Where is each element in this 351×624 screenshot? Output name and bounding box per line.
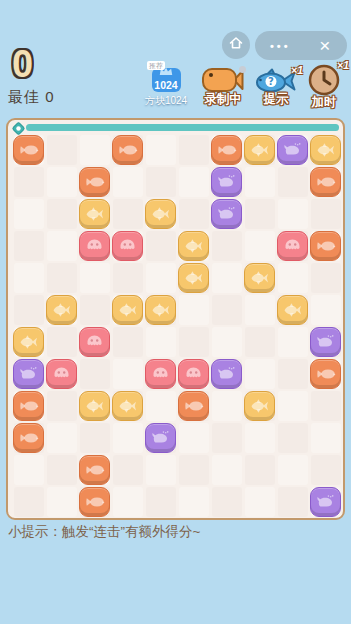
record-button[interactable]: 录制中 xyxy=(197,66,249,108)
board-cell xyxy=(276,198,309,230)
pink-jellyfish-icon xyxy=(284,238,301,253)
tile-pink-jellyfish[interactable] xyxy=(178,359,209,389)
board-cell-bg xyxy=(113,487,143,517)
board-cell xyxy=(45,358,78,390)
board-cell-bg xyxy=(146,391,176,421)
board-cell-bg xyxy=(113,199,143,229)
board-cell xyxy=(210,134,243,166)
board-cell xyxy=(12,134,45,166)
board-cell xyxy=(210,390,243,422)
tile-pink-jellyfish[interactable] xyxy=(112,231,143,261)
board-cell xyxy=(45,134,78,166)
board-cell xyxy=(309,454,342,486)
time-count-badge: ×1 xyxy=(337,59,349,71)
yellow-fish-icon xyxy=(283,302,302,318)
tile-orange-narwhal[interactable] xyxy=(211,135,242,165)
svg-text:?: ? xyxy=(268,76,274,87)
board-cell xyxy=(111,262,144,294)
tile-yellow-fish[interactable] xyxy=(178,263,209,293)
board-cell xyxy=(45,262,78,294)
board-cell xyxy=(78,198,111,230)
board-cell xyxy=(12,358,45,390)
board-cell-bg xyxy=(278,423,308,453)
yellow-fish-icon xyxy=(151,302,170,318)
home-button[interactable] xyxy=(222,31,250,59)
board-cell-bg xyxy=(179,167,209,197)
add-time-button[interactable]: ×1 加时 xyxy=(302,63,346,111)
board-cell xyxy=(276,486,309,518)
board-cell xyxy=(144,134,177,166)
tile-orange-narwhal[interactable] xyxy=(310,359,341,389)
purple-whale-icon xyxy=(151,430,170,446)
board-cell-bg xyxy=(113,359,143,389)
board-cell xyxy=(177,262,210,294)
board-cell-bg xyxy=(80,295,110,325)
orange-narwhal-icon xyxy=(316,238,336,254)
board-cell xyxy=(243,326,276,358)
board-cell-bg xyxy=(311,263,341,293)
best-value: 0 xyxy=(45,88,54,105)
board-cell xyxy=(78,358,111,390)
more-button[interactable]: ••• xyxy=(255,40,303,52)
board-cell xyxy=(276,326,309,358)
board-cell xyxy=(144,198,177,230)
board-cell-bg xyxy=(245,455,275,485)
board-cell xyxy=(309,390,342,422)
board-cell xyxy=(144,326,177,358)
board-cell-bg xyxy=(47,391,77,421)
board-cell-bg xyxy=(146,327,176,357)
board-cell-bg xyxy=(245,295,275,325)
tile-purple-whale[interactable] xyxy=(145,423,176,453)
board-cell xyxy=(177,134,210,166)
yellow-fish-icon xyxy=(250,142,269,158)
tile-purple-whale[interactable] xyxy=(211,167,242,197)
board-cell-bg xyxy=(179,199,209,229)
board-cell-bg xyxy=(179,455,209,485)
promo-app-icon: 1024 xyxy=(152,68,181,92)
board-cell xyxy=(243,198,276,230)
promo-badge[interactable]: 推荐 1024 方块1024 xyxy=(142,61,190,108)
yellow-fish-icon xyxy=(151,206,170,222)
board-cell-bg xyxy=(212,391,242,421)
orange-narwhal-icon xyxy=(184,398,204,414)
board-cell-bg xyxy=(14,167,44,197)
board-cell-bg xyxy=(146,135,176,165)
board-cell xyxy=(309,326,342,358)
tip-text: 小提示：触发“连击”有额外得分~ xyxy=(8,523,200,541)
board-cell xyxy=(144,454,177,486)
score-value: 0 xyxy=(12,42,33,86)
board-cell xyxy=(144,166,177,198)
board-cell-bg xyxy=(47,423,77,453)
board-cell-bg xyxy=(14,295,44,325)
orange-narwhal-icon xyxy=(85,494,105,510)
board-cell-bg xyxy=(278,327,308,357)
board-cell xyxy=(276,358,309,390)
board-cell xyxy=(177,230,210,262)
board-cell xyxy=(309,198,342,230)
tile-orange-narwhal[interactable] xyxy=(79,487,110,517)
board-cell-bg xyxy=(278,391,308,421)
pink-jellyfish-icon xyxy=(53,366,70,381)
board-cell-bg xyxy=(245,487,275,517)
pink-jellyfish-icon xyxy=(152,366,169,381)
board-cell xyxy=(111,198,144,230)
board-cell-bg xyxy=(245,327,275,357)
board-cell xyxy=(45,166,78,198)
board-cell xyxy=(144,422,177,454)
board-cell xyxy=(45,390,78,422)
tile-purple-whale[interactable] xyxy=(310,487,341,517)
board-cell xyxy=(12,230,45,262)
tile-yellow-fish[interactable] xyxy=(46,295,77,325)
board-cell xyxy=(210,326,243,358)
board-cell-bg xyxy=(113,423,143,453)
board-cell-bg xyxy=(179,135,209,165)
board-cell xyxy=(309,134,342,166)
board-cell xyxy=(45,486,78,518)
orange-narwhal-icon xyxy=(316,366,336,382)
board-cell-bg xyxy=(212,263,242,293)
time-progress-bar xyxy=(26,124,339,131)
board-cell-bg xyxy=(14,231,44,261)
board-cell xyxy=(144,390,177,422)
board-cell-bg xyxy=(14,263,44,293)
board-cell-bg xyxy=(212,327,242,357)
board-cell-bg xyxy=(80,423,110,453)
board-cell xyxy=(111,134,144,166)
board-grid xyxy=(12,134,342,518)
tile-pink-jellyfish[interactable] xyxy=(277,231,308,261)
tile-pink-jellyfish[interactable] xyxy=(46,359,77,389)
board-cell xyxy=(78,422,111,454)
tile-orange-narwhal[interactable] xyxy=(112,135,143,165)
board-cell-bg xyxy=(212,231,242,261)
board-cell xyxy=(144,486,177,518)
tile-orange-narwhal[interactable] xyxy=(79,167,110,197)
board-cell xyxy=(243,422,276,454)
board-cell xyxy=(210,166,243,198)
board-cell xyxy=(309,166,342,198)
orange-narwhal-icon xyxy=(316,174,336,190)
board-cell-bg xyxy=(212,455,242,485)
orange-narwhal-icon xyxy=(19,142,39,158)
orange-narwhal-icon xyxy=(19,430,39,446)
board-cell xyxy=(78,262,111,294)
board-cell xyxy=(243,454,276,486)
tile-yellow-fish[interactable] xyxy=(79,391,110,421)
tile-yellow-fish[interactable] xyxy=(244,263,275,293)
board-cell xyxy=(177,390,210,422)
board-cell-bg xyxy=(245,423,275,453)
board-cell-bg xyxy=(179,423,209,453)
tile-yellow-fish[interactable] xyxy=(13,327,44,357)
board-cell xyxy=(45,294,78,326)
board-cell xyxy=(12,454,45,486)
badge-caption: 方块1024 xyxy=(142,94,190,108)
hint-button[interactable]: ? ×1 提示 xyxy=(252,68,300,108)
game-screen: 0 最佳 0 ••• × 推荐 1024 方块1024 录制 xyxy=(0,0,351,624)
purple-whale-icon xyxy=(283,142,302,158)
tile-pink-jellyfish[interactable] xyxy=(79,231,110,261)
board-cell xyxy=(276,262,309,294)
board-cell xyxy=(276,294,309,326)
board-cell xyxy=(111,230,144,262)
board-cell xyxy=(276,422,309,454)
board-cell xyxy=(210,294,243,326)
board-cell-bg xyxy=(311,199,341,229)
board-cell-bg xyxy=(146,263,176,293)
pink-jellyfish-icon xyxy=(86,238,103,253)
board-cell xyxy=(45,422,78,454)
orange-narwhal-icon xyxy=(217,142,237,158)
yellow-fish-icon xyxy=(85,398,104,414)
board-cell-bg xyxy=(14,455,44,485)
board-cell xyxy=(78,166,111,198)
board-cell-bg xyxy=(113,263,143,293)
board-cell-bg xyxy=(146,455,176,485)
board-cell-bg xyxy=(278,359,308,389)
board-cell xyxy=(177,454,210,486)
board-cell-bg xyxy=(47,263,77,293)
yellow-fish-icon xyxy=(118,302,137,318)
board-cell-bg xyxy=(278,199,308,229)
board-cell-bg xyxy=(311,391,341,421)
yellow-fish-icon xyxy=(19,334,38,350)
record-status-dot xyxy=(239,66,246,73)
board-cell-bg xyxy=(245,231,275,261)
board-cell-bg xyxy=(245,167,275,197)
board-cell xyxy=(111,486,144,518)
tile-orange-narwhal[interactable] xyxy=(178,391,209,421)
board-cell xyxy=(78,294,111,326)
board-cell xyxy=(12,198,45,230)
board-cell-bg xyxy=(278,487,308,517)
board-cell xyxy=(177,166,210,198)
game-board xyxy=(6,118,345,520)
board-cell xyxy=(243,486,276,518)
pink-jellyfish-icon xyxy=(119,238,136,253)
tile-orange-narwhal[interactable] xyxy=(13,391,44,421)
orange-narwhal-icon xyxy=(19,398,39,414)
time-label: 加时 xyxy=(312,94,337,111)
board-cell xyxy=(78,486,111,518)
board-cell xyxy=(12,422,45,454)
board-cell xyxy=(111,454,144,486)
board-cell xyxy=(243,166,276,198)
board-cell-bg xyxy=(146,487,176,517)
board-cell xyxy=(177,486,210,518)
board-cell xyxy=(210,422,243,454)
board-cell-bg xyxy=(245,359,275,389)
tile-yellow-fish[interactable] xyxy=(244,391,275,421)
tile-purple-whale[interactable] xyxy=(211,199,242,229)
board-cell xyxy=(243,134,276,166)
board-cell xyxy=(276,166,309,198)
board-cell-bg xyxy=(113,455,143,485)
board-cell xyxy=(12,294,45,326)
tile-yellow-fish[interactable] xyxy=(112,295,143,325)
close-button[interactable]: × xyxy=(303,36,348,55)
purple-whale-icon xyxy=(316,494,335,510)
yellow-fish-icon xyxy=(184,270,203,286)
recommend-tag: 推荐 xyxy=(147,61,165,70)
best-score: 最佳 0 xyxy=(8,88,55,107)
tile-pink-jellyfish[interactable] xyxy=(145,359,176,389)
board-cell-bg xyxy=(47,231,77,261)
board-cell xyxy=(309,358,342,390)
board-cell xyxy=(111,390,144,422)
board-cell-bg xyxy=(311,423,341,453)
record-label: 录制中 xyxy=(204,91,242,108)
board-cell xyxy=(45,454,78,486)
board-cell xyxy=(309,230,342,262)
purple-whale-icon xyxy=(19,366,38,382)
purple-whale-icon xyxy=(217,174,236,190)
board-cell xyxy=(276,390,309,422)
board-cell xyxy=(210,230,243,262)
board-cell xyxy=(45,326,78,358)
tile-purple-whale[interactable] xyxy=(211,359,242,389)
tile-orange-narwhal[interactable] xyxy=(13,135,44,165)
board-cell xyxy=(12,262,45,294)
tile-yellow-fish[interactable] xyxy=(178,231,209,261)
board-cell xyxy=(12,486,45,518)
board-cell xyxy=(177,294,210,326)
board-cell xyxy=(12,326,45,358)
tile-yellow-fish[interactable] xyxy=(310,135,341,165)
tile-yellow-fish[interactable] xyxy=(79,199,110,229)
board-cell-bg xyxy=(278,167,308,197)
board-cell-bg xyxy=(212,423,242,453)
board-cell-bg xyxy=(179,487,209,517)
board-cell xyxy=(177,198,210,230)
board-cell xyxy=(78,134,111,166)
board-cell-bg xyxy=(146,231,176,261)
board-cell xyxy=(276,454,309,486)
board-cell xyxy=(144,262,177,294)
board-cell-bg xyxy=(47,327,77,357)
yellow-fish-icon xyxy=(184,238,203,254)
board-cell xyxy=(111,294,144,326)
tile-yellow-fish[interactable] xyxy=(244,135,275,165)
tile-yellow-fish[interactable] xyxy=(112,391,143,421)
board-cell xyxy=(210,454,243,486)
home-icon xyxy=(228,35,244,55)
tile-orange-narwhal[interactable] xyxy=(79,455,110,485)
tile-purple-whale[interactable] xyxy=(310,327,341,357)
board-cell-bg xyxy=(146,167,176,197)
board-cell xyxy=(309,486,342,518)
board-cell xyxy=(309,294,342,326)
board-cell-bg xyxy=(245,199,275,229)
tile-pink-jellyfish[interactable] xyxy=(79,327,110,357)
yellow-fish-icon xyxy=(118,398,137,414)
tile-yellow-fish[interactable] xyxy=(145,199,176,229)
board-cell xyxy=(111,326,144,358)
yellow-fish-icon xyxy=(52,302,71,318)
board-cell xyxy=(210,262,243,294)
board-cell-bg xyxy=(179,295,209,325)
board-cell-bg xyxy=(80,135,110,165)
board-cell xyxy=(210,198,243,230)
board-cell xyxy=(276,134,309,166)
board-cell-bg xyxy=(113,327,143,357)
board-cell xyxy=(78,390,111,422)
tile-yellow-fish[interactable] xyxy=(277,295,308,325)
board-cell xyxy=(45,230,78,262)
board-cell-bg xyxy=(311,295,341,325)
board-cell xyxy=(210,486,243,518)
board-cell-bg xyxy=(80,263,110,293)
board-cell-bg xyxy=(14,199,44,229)
board-cell xyxy=(144,294,177,326)
board-cell-bg xyxy=(47,167,77,197)
pink-jellyfish-icon xyxy=(185,366,202,381)
yellow-fish-icon xyxy=(250,270,269,286)
board-cell xyxy=(111,422,144,454)
board-cell xyxy=(111,358,144,390)
board-cell xyxy=(210,358,243,390)
tile-purple-whale[interactable] xyxy=(277,135,308,165)
board-cell xyxy=(243,358,276,390)
board-cell xyxy=(177,358,210,390)
board-cell xyxy=(309,262,342,294)
tile-orange-narwhal[interactable] xyxy=(310,167,341,197)
board-cell xyxy=(243,390,276,422)
best-label: 最佳 xyxy=(8,88,40,105)
orange-narwhal-icon xyxy=(118,142,138,158)
board-cell-bg xyxy=(179,327,209,357)
board-cell xyxy=(177,326,210,358)
board-cell xyxy=(78,454,111,486)
board-cell-bg xyxy=(311,455,341,485)
board-cell xyxy=(12,166,45,198)
board-cell xyxy=(78,230,111,262)
board-cell-bg xyxy=(212,487,242,517)
board-cell xyxy=(12,390,45,422)
board-cell-bg xyxy=(113,167,143,197)
board-cell xyxy=(243,230,276,262)
board-cell xyxy=(78,326,111,358)
tile-purple-whale[interactable] xyxy=(13,359,44,389)
board-cell xyxy=(177,422,210,454)
purple-whale-icon xyxy=(217,366,236,382)
board-cell xyxy=(144,230,177,262)
capsule-menu: ••• × xyxy=(255,31,347,60)
board-cell-bg xyxy=(278,263,308,293)
orange-narwhal-icon xyxy=(85,174,105,190)
orange-narwhal-icon xyxy=(85,462,105,478)
tile-yellow-fish[interactable] xyxy=(145,295,176,325)
board-cell xyxy=(45,198,78,230)
pink-jellyfish-icon xyxy=(86,334,103,349)
board-cell-bg xyxy=(14,487,44,517)
purple-whale-icon xyxy=(217,206,236,222)
board-cell xyxy=(111,166,144,198)
yellow-fish-icon xyxy=(85,206,104,222)
time-progress-fill xyxy=(26,124,339,131)
purple-whale-icon xyxy=(316,334,335,350)
tile-orange-narwhal[interactable] xyxy=(13,423,44,453)
board-cell-bg xyxy=(80,359,110,389)
board-cell xyxy=(309,422,342,454)
tile-orange-narwhal[interactable] xyxy=(310,231,341,261)
yellow-fish-icon xyxy=(316,142,335,158)
board-cell-bg xyxy=(212,295,242,325)
board-cell xyxy=(243,294,276,326)
